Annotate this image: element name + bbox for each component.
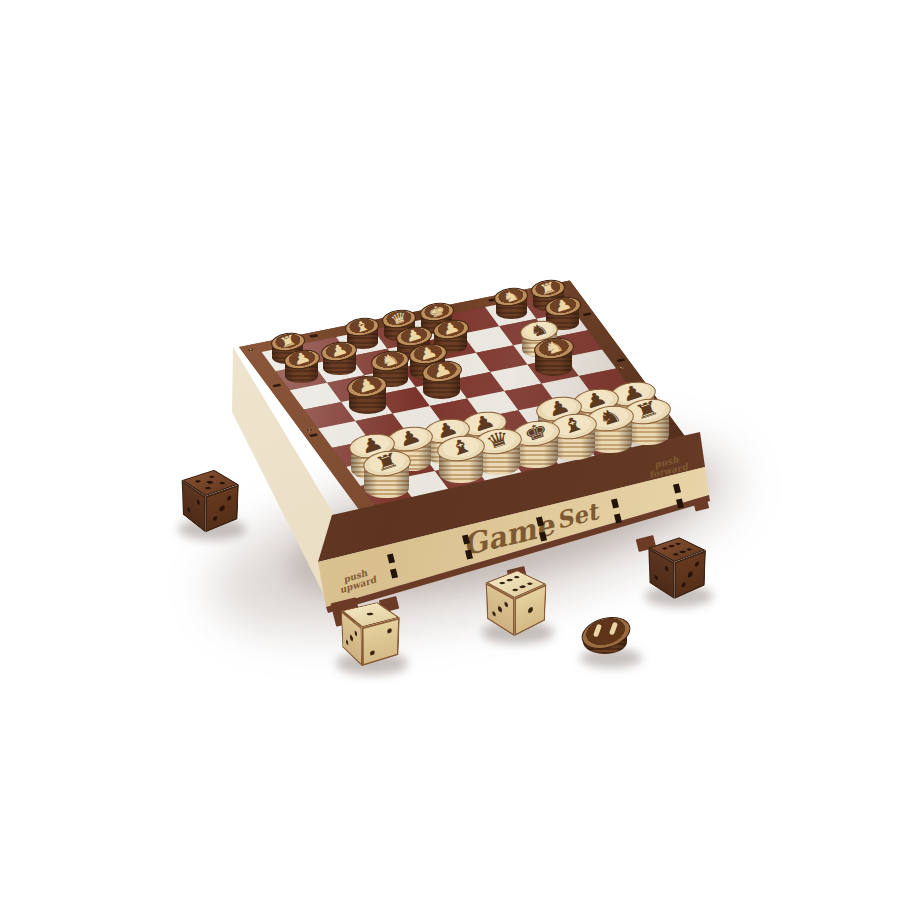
band-slot	[390, 568, 398, 578]
band-slot	[387, 553, 395, 563]
chess-pawn-glyph: ♟	[551, 294, 574, 316]
frame-slot	[422, 498, 431, 502]
die-cube	[351, 609, 388, 656]
frame-slot	[309, 433, 318, 437]
chess-pawn-glyph: ♟	[355, 373, 380, 397]
chess-king-glyph: ♚	[520, 418, 550, 447]
band-slot	[536, 517, 544, 527]
die-pip	[654, 574, 657, 580]
die-pip	[679, 550, 686, 553]
die-pip	[213, 516, 217, 522]
chess-rook-glyph: ♜	[538, 278, 559, 298]
die-pip	[370, 650, 375, 656]
die-cube	[661, 543, 692, 590]
piece-light-bishop-c1[interactable]: ♝	[437, 436, 485, 482]
die-left[interactable]	[190, 480, 230, 520]
engraving-push-upward: pushupward	[336, 567, 377, 595]
die-right[interactable]	[657, 547, 697, 587]
chess-knight-glyph: ♞	[595, 403, 625, 432]
band-slot	[539, 532, 547, 542]
chess-bishop-glyph: ♝	[446, 433, 476, 462]
die-pip	[672, 553, 679, 556]
chess-knight-glyph: ♞	[541, 336, 566, 360]
chess-bishop-glyph: ♝	[352, 315, 373, 335]
frame-screw	[365, 507, 372, 511]
piece-dark-pawn-a7[interactable]: ♟	[284, 350, 320, 383]
die-face	[362, 617, 400, 666]
die-pip	[681, 582, 685, 588]
frame-screw	[306, 428, 313, 432]
band-slot	[611, 498, 619, 508]
die-cube	[193, 477, 226, 523]
chess-pawn-glyph: ♟	[328, 339, 351, 361]
frame-slot	[583, 312, 592, 316]
engraving-set: Set	[553, 497, 600, 533]
band-slot	[614, 513, 622, 523]
piece-light-rook-a1[interactable]: ♜	[363, 451, 411, 497]
die-pip	[526, 582, 534, 586]
chess-pawn-glyph: ♟	[429, 358, 454, 382]
die-front-left[interactable]	[349, 612, 391, 654]
band-slot	[462, 535, 470, 545]
die-pip	[518, 585, 526, 589]
frame-screw	[617, 366, 624, 370]
frame-slot	[309, 334, 318, 338]
frame-slot	[623, 457, 632, 461]
frame-slot	[272, 384, 281, 388]
chess-rook-glyph: ♜	[277, 330, 298, 350]
chess-bishop-glyph: ♝	[558, 411, 588, 440]
chess-king-glyph: ♚	[426, 300, 447, 320]
die-front-center[interactable]	[495, 581, 537, 623]
box-foot	[693, 496, 709, 511]
chess-rook-glyph: ♜	[371, 448, 401, 477]
frame-screw	[247, 348, 254, 352]
band-slot	[465, 550, 473, 560]
die-cube	[500, 577, 532, 627]
chess-pawn-glyph: ♟	[290, 347, 313, 369]
die-pip	[492, 610, 496, 617]
frame-slot	[616, 358, 625, 362]
product-photo-wooden-chess-game-set: { "game": "chess", "description": "overh…	[0, 0, 903, 903]
chess-rook-glyph: ♜	[632, 396, 662, 425]
band-slot	[676, 498, 684, 508]
chess-pawn-glyph: ♟	[395, 424, 424, 452]
loose-token[interactable]	[581, 618, 629, 660]
piece-dark-pawn-d5[interactable]: ♟	[422, 361, 462, 399]
piece-dark-pawn-b5[interactable]: ♟	[347, 376, 387, 414]
die-pip	[511, 588, 519, 592]
chess-knight-glyph: ♞	[378, 349, 402, 372]
die-pip	[686, 548, 693, 551]
piece-dark-pawn-b7[interactable]: ♟	[321, 342, 357, 375]
chess-queen-glyph: ♛	[389, 308, 410, 328]
piece-dark-knight-g5[interactable]: ♞	[534, 338, 574, 376]
chess-knight-glyph: ♞	[501, 285, 522, 305]
die-pip	[204, 486, 211, 490]
chess-queen-glyph: ♛	[483, 426, 513, 455]
chess-pawn-glyph: ♟	[439, 317, 462, 339]
frame-screw	[675, 445, 682, 449]
piece-dark-knight-g8[interactable]: ♞	[494, 288, 528, 319]
die-pip	[387, 628, 392, 634]
band-slot	[673, 483, 681, 493]
